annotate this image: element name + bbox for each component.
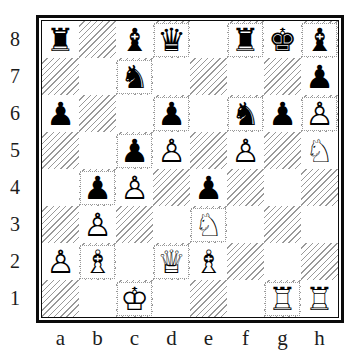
- piece-white-knight-h5[interactable]: ♘: [305, 135, 334, 167]
- square-d2[interactable]: ♕: [153, 243, 190, 280]
- square-h8[interactable]: ♝: [301, 21, 338, 58]
- square-f5[interactable]: ♙: [227, 132, 264, 169]
- rank-label-3: 3: [2, 206, 28, 243]
- square-e4[interactable]: ♟: [190, 169, 227, 206]
- square-f3[interactable]: [227, 206, 264, 243]
- chess-diagram: 87654321 ♜♝♛♜♚♝♞♟♟♟♞♟♙♟♙♙♘♟♙♟♙♘♙♗♕♗♔♖♖ a…: [0, 0, 347, 358]
- square-e1[interactable]: [190, 280, 227, 317]
- rank-label-1: 1: [2, 280, 28, 317]
- square-a6[interactable]: ♟: [42, 95, 79, 132]
- rank-labels: 87654321: [2, 21, 28, 317]
- square-h7[interactable]: ♟: [301, 58, 338, 95]
- piece-white-queen-d2[interactable]: ♕: [154, 245, 189, 279]
- rank-label-2: 2: [2, 243, 28, 280]
- square-d3[interactable]: [153, 206, 190, 243]
- square-a2[interactable]: ♙: [42, 243, 79, 280]
- file-label-b: b: [79, 326, 116, 351]
- piece-black-pawn-c5[interactable]: ♟: [117, 134, 152, 168]
- square-b7[interactable]: [79, 58, 116, 95]
- file-label-d: d: [153, 326, 190, 351]
- piece-white-knight-e3[interactable]: ♘: [191, 208, 226, 242]
- piece-black-pawn-a6[interactable]: ♟: [46, 98, 75, 130]
- square-g6[interactable]: ♟: [264, 95, 301, 132]
- rank-label-5: 5: [2, 132, 28, 169]
- rank-label-8: 8: [2, 21, 28, 58]
- rank-label-7: 7: [2, 58, 28, 95]
- piece-white-king-c1[interactable]: ♔: [117, 282, 152, 316]
- square-d7[interactable]: [153, 58, 190, 95]
- square-a3[interactable]: [42, 206, 79, 243]
- square-e7[interactable]: [190, 58, 227, 95]
- piece-white-pawn-b3[interactable]: ♙: [83, 209, 112, 241]
- piece-white-pawn-f5[interactable]: ♙: [231, 135, 260, 167]
- square-h4[interactable]: [301, 169, 338, 206]
- piece-white-bishop-e2[interactable]: ♗: [194, 246, 223, 278]
- square-g2[interactable]: [264, 243, 301, 280]
- square-h5[interactable]: ♘: [301, 132, 338, 169]
- file-labels: abcdefgh: [42, 326, 338, 351]
- square-g1[interactable]: ♖: [264, 280, 301, 317]
- square-c6[interactable]: [116, 95, 153, 132]
- piece-white-pawn-a2[interactable]: ♙: [46, 246, 75, 278]
- square-d4[interactable]: [153, 169, 190, 206]
- file-label-c: c: [116, 326, 153, 351]
- square-c2[interactable]: [116, 243, 153, 280]
- square-d1[interactable]: [153, 280, 190, 317]
- square-c4[interactable]: ♙: [116, 169, 153, 206]
- rank-label-6: 6: [2, 95, 28, 132]
- piece-black-king-g8[interactable]: ♚: [268, 24, 297, 56]
- file-label-e: e: [190, 326, 227, 351]
- square-g5[interactable]: [264, 132, 301, 169]
- piece-black-bishop-c8[interactable]: ♝: [120, 24, 149, 56]
- square-h3[interactable]: [301, 206, 338, 243]
- piece-white-rook-h1[interactable]: ♖: [305, 283, 334, 315]
- piece-white-rook-g1[interactable]: ♖: [265, 282, 300, 316]
- square-h1[interactable]: ♖: [301, 280, 338, 317]
- square-c1[interactable]: ♔: [116, 280, 153, 317]
- piece-black-knight-f6[interactable]: ♞: [228, 97, 263, 131]
- square-h6[interactable]: ♙: [301, 95, 338, 132]
- square-b5[interactable]: [79, 132, 116, 169]
- square-e6[interactable]: [190, 95, 227, 132]
- square-e8[interactable]: [190, 21, 227, 58]
- square-e3[interactable]: ♘: [190, 206, 227, 243]
- square-b2[interactable]: ♗: [79, 243, 116, 280]
- rank-label-4: 4: [2, 169, 28, 206]
- piece-white-pawn-c4[interactable]: ♙: [120, 172, 149, 204]
- square-b4[interactable]: ♟: [79, 169, 116, 206]
- chess-board: ♜♝♛♜♚♝♞♟♟♟♞♟♙♟♙♙♘♟♙♟♙♘♙♗♕♗♔♖♖: [41, 20, 339, 318]
- square-g4[interactable]: [264, 169, 301, 206]
- square-d5[interactable]: ♙: [153, 132, 190, 169]
- square-e5[interactable]: [190, 132, 227, 169]
- square-a5[interactable]: [42, 132, 79, 169]
- square-d8[interactable]: ♛: [153, 21, 190, 58]
- square-c8[interactable]: ♝: [116, 21, 153, 58]
- piece-black-rook-f8[interactable]: ♜: [228, 23, 263, 57]
- square-f7[interactable]: [227, 58, 264, 95]
- square-f2[interactable]: [227, 243, 264, 280]
- square-c5[interactable]: ♟: [116, 132, 153, 169]
- square-f8[interactable]: ♜: [227, 21, 264, 58]
- square-g8[interactable]: ♚: [264, 21, 301, 58]
- square-b6[interactable]: [79, 95, 116, 132]
- square-b3[interactable]: ♙: [79, 206, 116, 243]
- square-c3[interactable]: [116, 206, 153, 243]
- file-label-a: a: [42, 326, 79, 351]
- file-label-h: h: [301, 326, 338, 351]
- piece-black-bishop-h8[interactable]: ♝: [302, 23, 337, 57]
- square-g7[interactable]: [264, 58, 301, 95]
- square-f6[interactable]: ♞: [227, 95, 264, 132]
- square-a7[interactable]: [42, 58, 79, 95]
- square-h2[interactable]: [301, 243, 338, 280]
- square-a8[interactable]: ♜: [42, 21, 79, 58]
- piece-white-bishop-b2[interactable]: ♗: [80, 245, 115, 279]
- square-d6[interactable]: ♟: [153, 95, 190, 132]
- piece-black-rook-a8[interactable]: ♜: [46, 24, 75, 56]
- file-label-g: g: [264, 326, 301, 351]
- piece-black-pawn-g6[interactable]: ♟: [268, 98, 297, 130]
- square-g3[interactable]: [264, 206, 301, 243]
- piece-black-knight-c7[interactable]: ♞: [117, 60, 152, 94]
- square-e2[interactable]: ♗: [190, 243, 227, 280]
- piece-white-pawn-d5[interactable]: ♙: [157, 135, 186, 167]
- square-b8[interactable]: [79, 21, 116, 58]
- piece-white-pawn-h6[interactable]: ♙: [302, 97, 337, 131]
- piece-black-pawn-b4[interactable]: ♟: [80, 171, 115, 205]
- piece-black-pawn-d6[interactable]: ♟: [154, 97, 189, 131]
- piece-black-queen-d8[interactable]: ♛: [154, 23, 189, 57]
- piece-black-pawn-h7[interactable]: ♟: [305, 61, 334, 93]
- file-label-f: f: [227, 326, 264, 351]
- square-c7[interactable]: ♞: [116, 58, 153, 95]
- square-f1[interactable]: [227, 280, 264, 317]
- square-a4[interactable]: [42, 169, 79, 206]
- board-frame: ♜♝♛♜♚♝♞♟♟♟♞♟♙♟♙♙♘♟♙♟♙♘♙♗♕♗♔♖♖: [36, 15, 344, 323]
- square-a1[interactable]: [42, 280, 79, 317]
- square-f4[interactable]: [227, 169, 264, 206]
- piece-black-pawn-e4[interactable]: ♟: [194, 172, 223, 204]
- square-b1[interactable]: [79, 280, 116, 317]
